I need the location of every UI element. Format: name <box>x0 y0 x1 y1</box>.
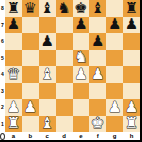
piece-white-bishop-c1: ♝ <box>40 116 53 131</box>
square-b3[interactable] <box>22 83 39 100</box>
file-label-h: h <box>123 132 140 140</box>
square-d4[interactable] <box>56 66 73 83</box>
file-label-e: e <box>73 132 90 140</box>
piece-white-rook-a1: ♜ <box>7 116 20 131</box>
square-g2[interactable]: ♟ <box>106 99 123 116</box>
square-a2[interactable]: ♟ <box>5 99 22 116</box>
square-b2[interactable]: ♟ <box>22 99 39 116</box>
square-c5[interactable] <box>39 50 56 67</box>
square-b7[interactable] <box>22 17 39 34</box>
piece-black-pawn-g7: ♟ <box>108 17 121 32</box>
square-g3[interactable] <box>106 83 123 100</box>
square-h1[interactable]: ♜ <box>123 116 140 133</box>
piece-black-pawn-f6: ♟ <box>91 34 104 49</box>
piece-black-pawn-e7: ♟ <box>74 17 87 32</box>
square-f8[interactable]: ♝ <box>89 0 106 17</box>
piece-white-knight-e5: ♞ <box>74 50 87 65</box>
square-e6[interactable] <box>73 33 90 50</box>
square-f6[interactable]: ♟ <box>89 33 106 50</box>
square-c2[interactable] <box>39 99 56 116</box>
square-b6[interactable] <box>22 33 39 50</box>
square-c8[interactable]: ♝ <box>39 0 56 17</box>
square-a5[interactable] <box>5 50 22 67</box>
square-a4[interactable]: ♛ <box>5 66 22 83</box>
square-e7[interactable]: ♟ <box>73 17 90 34</box>
piece-black-queen-b8: ♛ <box>24 1 37 16</box>
piece-white-pawn-g2: ♟ <box>108 100 121 115</box>
square-h8[interactable]: ♜ <box>123 0 140 17</box>
piece-white-pawn-f4: ♟ <box>91 67 104 82</box>
square-b5[interactable] <box>22 50 39 67</box>
piece-white-pawn-h2: ♟ <box>125 100 138 115</box>
square-f2[interactable] <box>89 99 106 116</box>
piece-black-pawn-a7: ♟ <box>7 17 20 32</box>
square-c6[interactable]: ♟ <box>39 33 56 50</box>
square-h7[interactable]: ♟ <box>123 17 140 34</box>
square-c3[interactable] <box>39 83 56 100</box>
chess-board-diagram: 8♜♛♝♞♚♝♜7♟♟♟♟6♟♟5♞4♛♝♟♟32♟♟♟♟1♜♝♚♜abcdef… <box>0 0 142 142</box>
square-g4[interactable] <box>106 66 123 83</box>
square-f7[interactable] <box>89 17 106 34</box>
square-c4[interactable]: ♝ <box>39 66 56 83</box>
square-h4[interactable] <box>123 66 140 83</box>
square-e4[interactable]: ♟ <box>73 66 90 83</box>
square-f1[interactable]: ♚ <box>89 116 106 133</box>
file-label-a: a <box>5 132 22 140</box>
square-a3[interactable] <box>5 83 22 100</box>
square-d2[interactable] <box>56 99 73 116</box>
file-label-d: d <box>56 132 73 140</box>
square-h2[interactable]: ♟ <box>123 99 140 116</box>
square-d1[interactable] <box>56 116 73 133</box>
square-d6[interactable] <box>56 33 73 50</box>
square-e5[interactable]: ♞ <box>73 50 90 67</box>
square-a7[interactable]: ♟ <box>5 17 22 34</box>
square-f4[interactable]: ♟ <box>89 66 106 83</box>
square-a6[interactable] <box>5 33 22 50</box>
piece-black-bishop-f8: ♝ <box>91 1 104 16</box>
file-label-c: c <box>39 132 56 140</box>
square-g8[interactable] <box>106 0 123 17</box>
piece-black-pawn-c6: ♟ <box>40 34 53 49</box>
square-h6[interactable] <box>123 33 140 50</box>
square-g6[interactable] <box>106 33 123 50</box>
piece-white-pawn-e4: ♟ <box>74 67 87 82</box>
file-label-b: b <box>22 132 39 140</box>
square-c1[interactable]: ♝ <box>39 116 56 133</box>
square-d7[interactable] <box>56 17 73 34</box>
square-d8[interactable]: ♞ <box>56 0 73 17</box>
piece-black-king-e8: ♚ <box>74 1 87 16</box>
square-b4[interactable] <box>22 66 39 83</box>
square-f3[interactable] <box>89 83 106 100</box>
square-e2[interactable] <box>73 99 90 116</box>
square-h5[interactable] <box>123 50 140 67</box>
square-b8[interactable]: ♛ <box>22 0 39 17</box>
square-c7[interactable] <box>39 17 56 34</box>
piece-black-pawn-h7: ♟ <box>125 17 138 32</box>
piece-white-bishop-c4: ♝ <box>40 67 53 82</box>
piece-black-knight-d8: ♞ <box>57 1 70 16</box>
square-d3[interactable] <box>56 83 73 100</box>
square-f5[interactable] <box>89 50 106 67</box>
square-g7[interactable]: ♟ <box>106 17 123 34</box>
piece-white-pawn-b2: ♟ <box>24 100 37 115</box>
square-h3[interactable] <box>123 83 140 100</box>
piece-white-pawn-a2: ♟ <box>7 100 20 115</box>
file-label-g: g <box>106 132 123 140</box>
square-g5[interactable] <box>106 50 123 67</box>
piece-black-rook-h8: ♜ <box>125 1 138 16</box>
square-b1[interactable] <box>22 116 39 133</box>
piece-white-queen-a4: ♛ <box>7 67 20 82</box>
square-e1[interactable] <box>73 116 90 133</box>
piece-white-rook-h1: ♜ <box>125 116 138 131</box>
piece-black-bishop-c8: ♝ <box>40 1 53 16</box>
square-g1[interactable] <box>106 116 123 133</box>
square-a1[interactable]: ♜ <box>5 116 22 133</box>
square-d5[interactable] <box>56 50 73 67</box>
square-e3[interactable] <box>73 83 90 100</box>
square-e8[interactable]: ♚ <box>73 0 90 17</box>
file-label-f: f <box>89 132 106 140</box>
piece-white-king-f1: ♚ <box>91 116 104 131</box>
piece-black-rook-a8: ♜ <box>7 1 20 16</box>
square-a8[interactable]: ♜ <box>5 0 22 17</box>
